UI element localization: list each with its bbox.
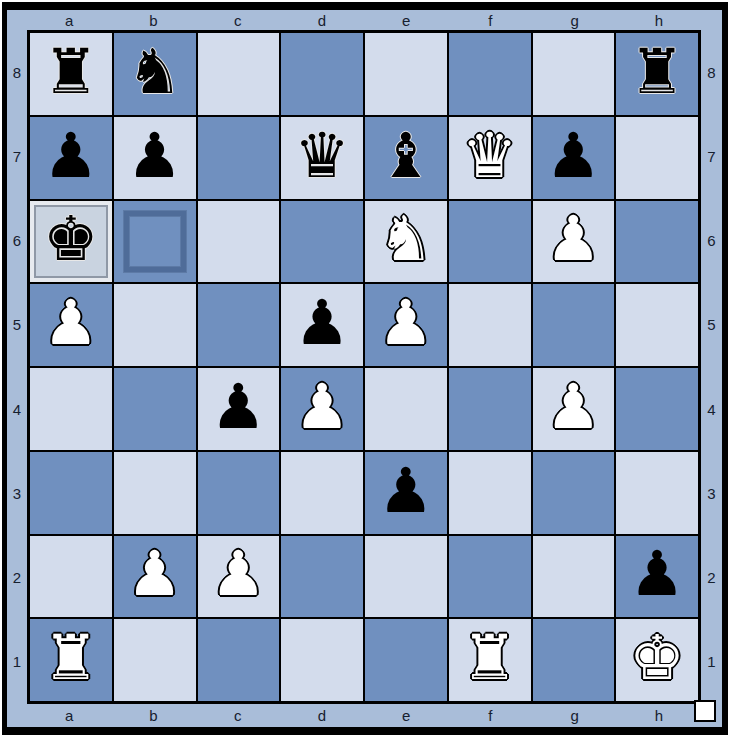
file-label-f: f — [448, 704, 532, 727]
square-f3[interactable] — [449, 452, 531, 534]
file-label-a: a — [27, 10, 111, 30]
square-a8[interactable]: ♜ — [30, 33, 112, 115]
square-b4[interactable] — [114, 368, 196, 450]
square-h1[interactable]: ♚ — [616, 619, 698, 701]
square-f8[interactable] — [449, 33, 531, 115]
square-b8[interactable]: ♞ — [114, 33, 196, 115]
file-label-h: h — [617, 704, 701, 727]
black-pawn-piece: ♟ — [378, 460, 434, 522]
square-a3[interactable] — [30, 452, 112, 534]
file-label-e: e — [364, 10, 448, 30]
square-h7[interactable] — [616, 117, 698, 199]
white-pawn-piece: ♟ — [43, 292, 99, 354]
square-f2[interactable] — [449, 536, 531, 618]
file-label-b: b — [111, 10, 195, 30]
rank-label-4: 4 — [7, 367, 27, 451]
file-label-h: h — [617, 10, 701, 30]
black-king-piece: ♚ — [43, 208, 99, 270]
rank-label-1: 1 — [7, 620, 27, 704]
square-e8[interactable] — [365, 33, 447, 115]
rank-label-8: 8 — [701, 30, 722, 114]
rank-label-7: 7 — [7, 114, 27, 198]
square-e5[interactable]: ♟ — [365, 284, 447, 366]
white-pawn-piece: ♟ — [127, 543, 183, 605]
square-a6[interactable]: ♚ — [30, 201, 112, 283]
file-label-c: c — [196, 10, 280, 30]
square-b1[interactable] — [114, 619, 196, 701]
square-c6[interactable] — [198, 201, 280, 283]
square-d7[interactable]: ♛ — [281, 117, 363, 199]
square-f5[interactable] — [449, 284, 531, 366]
square-a5[interactable]: ♟ — [30, 284, 112, 366]
white-pawn-piece: ♟ — [378, 292, 434, 354]
white-queen-piece: ♛ — [462, 125, 518, 187]
square-g7[interactable]: ♟ — [533, 117, 615, 199]
black-pawn-piece: ♟ — [43, 125, 99, 187]
square-e1[interactable] — [365, 619, 447, 701]
square-b7[interactable]: ♟ — [114, 117, 196, 199]
white-rook-piece: ♜ — [462, 627, 518, 689]
white-pawn-piece: ♟ — [211, 543, 267, 605]
file-labels-top: abcdefgh — [27, 10, 701, 30]
black-pawn-piece: ♟ — [629, 543, 685, 605]
square-g3[interactable] — [533, 452, 615, 534]
square-f6[interactable] — [449, 201, 531, 283]
side-to-move-indicator — [694, 700, 716, 722]
chess-board: ♜♞♜♟♟♛♝♛♟♚♞♟♟♟♟♟♟♟♟♟♟♟♜♜♚ — [27, 30, 701, 704]
black-pawn-piece: ♟ — [211, 376, 267, 438]
file-label-g: g — [533, 704, 617, 727]
file-label-d: d — [280, 10, 364, 30]
square-d8[interactable] — [281, 33, 363, 115]
square-g5[interactable] — [533, 284, 615, 366]
square-d3[interactable] — [281, 452, 363, 534]
rank-label-5: 5 — [701, 283, 722, 367]
black-rook-piece: ♜ — [629, 41, 685, 103]
rank-label-7: 7 — [701, 114, 722, 198]
rank-label-8: 8 — [7, 30, 27, 114]
square-e6[interactable]: ♞ — [365, 201, 447, 283]
square-g4[interactable]: ♟ — [533, 368, 615, 450]
square-e2[interactable] — [365, 536, 447, 618]
rank-label-2: 2 — [7, 536, 27, 620]
file-label-e: e — [364, 704, 448, 727]
file-labels-bottom: abcdefgh — [27, 704, 701, 727]
black-pawn-piece: ♟ — [294, 292, 350, 354]
black-bishop-piece: ♝ — [378, 125, 434, 187]
square-e7[interactable]: ♝ — [365, 117, 447, 199]
square-c2[interactable]: ♟ — [198, 536, 280, 618]
black-rook-piece: ♜ — [43, 41, 99, 103]
square-e4[interactable] — [365, 368, 447, 450]
square-a1[interactable]: ♜ — [30, 619, 112, 701]
square-d5[interactable]: ♟ — [281, 284, 363, 366]
square-c3[interactable] — [198, 452, 280, 534]
square-f7[interactable]: ♛ — [449, 117, 531, 199]
rank-label-3: 3 — [7, 451, 27, 535]
square-h4[interactable] — [616, 368, 698, 450]
board-window: abcdefgh 87654321 ♜♞♜♟♟♛♝♛♟♚♞♟♟♟♟♟♟♟♟♟♟♟… — [2, 2, 728, 735]
white-rook-piece: ♜ — [43, 627, 99, 689]
square-b2[interactable]: ♟ — [114, 536, 196, 618]
square-f4[interactable] — [449, 368, 531, 450]
square-h8[interactable]: ♜ — [616, 33, 698, 115]
square-b6[interactable] — [114, 201, 196, 283]
file-label-g: g — [533, 10, 617, 30]
square-h3[interactable] — [616, 452, 698, 534]
square-h6[interactable] — [616, 201, 698, 283]
square-c7[interactable] — [198, 117, 280, 199]
black-queen-piece: ♛ — [294, 125, 350, 187]
rank-labels-left: 87654321 — [7, 30, 27, 704]
square-g6[interactable]: ♟ — [533, 201, 615, 283]
rank-label-4: 4 — [701, 367, 722, 451]
rank-label-1: 1 — [701, 620, 722, 704]
white-pawn-piece: ♟ — [546, 376, 602, 438]
black-pawn-piece: ♟ — [127, 125, 183, 187]
square-e3[interactable]: ♟ — [365, 452, 447, 534]
black-knight-piece: ♞ — [127, 41, 183, 103]
rank-labels-right: 87654321 — [701, 30, 722, 704]
rank-label-5: 5 — [7, 283, 27, 367]
file-label-f: f — [448, 10, 532, 30]
rank-label-6: 6 — [701, 199, 722, 283]
square-a2[interactable] — [30, 536, 112, 618]
file-label-b: b — [111, 704, 195, 727]
square-d4[interactable]: ♟ — [281, 368, 363, 450]
rank-label-6: 6 — [7, 199, 27, 283]
square-a4[interactable] — [30, 368, 112, 450]
white-king-piece: ♚ — [629, 627, 685, 689]
square-a7[interactable]: ♟ — [30, 117, 112, 199]
square-f1[interactable]: ♜ — [449, 619, 531, 701]
square-g1[interactable] — [533, 619, 615, 701]
square-d6[interactable] — [281, 201, 363, 283]
square-b5[interactable] — [114, 284, 196, 366]
square-b3[interactable] — [114, 452, 196, 534]
rank-label-3: 3 — [701, 451, 722, 535]
square-c8[interactable] — [198, 33, 280, 115]
file-label-a: a — [27, 704, 111, 727]
square-c5[interactable] — [198, 284, 280, 366]
board-frame: abcdefgh 87654321 ♜♞♜♟♟♛♝♛♟♚♞♟♟♟♟♟♟♟♟♟♟♟… — [7, 10, 722, 727]
rank-label-2: 2 — [701, 536, 722, 620]
file-label-c: c — [196, 704, 280, 727]
chess-diagram: abcdefgh 87654321 ♜♞♜♟♟♛♝♛♟♚♞♟♟♟♟♟♟♟♟♟♟♟… — [0, 0, 730, 737]
white-pawn-piece: ♟ — [546, 208, 602, 270]
white-pawn-piece: ♟ — [294, 376, 350, 438]
white-knight-piece: ♞ — [378, 208, 434, 270]
file-label-d: d — [280, 704, 364, 727]
square-c4[interactable]: ♟ — [198, 368, 280, 450]
square-d1[interactable] — [281, 619, 363, 701]
square-d2[interactable] — [281, 536, 363, 618]
black-pawn-piece: ♟ — [546, 125, 602, 187]
square-g2[interactable] — [533, 536, 615, 618]
square-h5[interactable] — [616, 284, 698, 366]
square-h2[interactable]: ♟ — [616, 536, 698, 618]
square-c1[interactable] — [198, 619, 280, 701]
square-g8[interactable] — [533, 33, 615, 115]
